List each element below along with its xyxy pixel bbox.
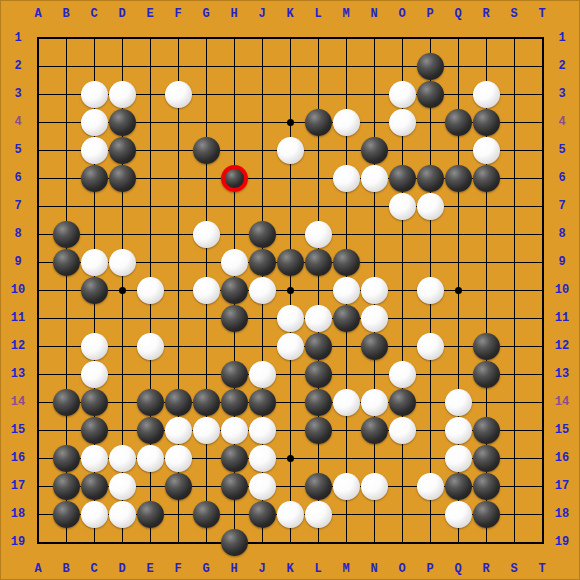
intersection-S10[interactable] (500, 276, 528, 304)
intersection-J15[interactable]: ○ (248, 416, 276, 444)
intersection-P16[interactable] (416, 444, 444, 472)
intersection-P9[interactable] (416, 248, 444, 276)
intersection-E4[interactable] (136, 108, 164, 136)
intersection-B17[interactable]: ● (52, 472, 80, 500)
intersection-H11[interactable]: ● (220, 304, 248, 332)
intersection-G16[interactable] (192, 444, 220, 472)
intersection-L12[interactable]: ● (304, 332, 332, 360)
intersection-G17[interactable] (192, 472, 220, 500)
intersection-J18[interactable]: ● (248, 500, 276, 528)
intersection-P15[interactable] (416, 416, 444, 444)
intersection-M19[interactable] (332, 528, 360, 556)
intersection-D11[interactable] (108, 304, 136, 332)
intersection-M9[interactable]: ● (332, 248, 360, 276)
intersection-P1[interactable] (416, 24, 444, 52)
intersection-E8[interactable] (136, 220, 164, 248)
intersection-F4[interactable] (164, 108, 192, 136)
intersection-M13[interactable] (332, 360, 360, 388)
intersection-Q11[interactable] (444, 304, 472, 332)
intersection-P14[interactable] (416, 388, 444, 416)
intersection-S12[interactable] (500, 332, 528, 360)
intersection-F12[interactable] (164, 332, 192, 360)
intersection-N14[interactable]: ○ (360, 388, 388, 416)
intersection-F9[interactable] (164, 248, 192, 276)
intersection-N10[interactable]: ○ (360, 276, 388, 304)
intersection-D14[interactable] (108, 388, 136, 416)
intersection-S11[interactable] (500, 304, 528, 332)
intersection-N11[interactable]: ○ (360, 304, 388, 332)
intersection-J12[interactable] (248, 332, 276, 360)
intersection-G11[interactable] (192, 304, 220, 332)
intersection-O3[interactable]: ○ (388, 80, 416, 108)
intersection-S19[interactable] (500, 528, 528, 556)
intersection-Q2[interactable] (444, 52, 472, 80)
intersection-H2[interactable] (220, 52, 248, 80)
intersection-R18[interactable]: ● (472, 500, 500, 528)
intersection-D16[interactable]: ○ (108, 444, 136, 472)
intersection-H17[interactable]: ● (220, 472, 248, 500)
intersection-K1[interactable] (276, 24, 304, 52)
intersection-C15[interactable]: ● (80, 416, 108, 444)
intersection-Q15[interactable]: ○ (444, 416, 472, 444)
intersection-K4[interactable] (276, 108, 304, 136)
intersection-F11[interactable] (164, 304, 192, 332)
intersection-S8[interactable] (500, 220, 528, 248)
intersection-N12[interactable]: ● (360, 332, 388, 360)
intersection-O1[interactable] (388, 24, 416, 52)
intersection-C14[interactable]: ● (80, 388, 108, 416)
intersection-N3[interactable] (360, 80, 388, 108)
intersection-E15[interactable]: ● (136, 416, 164, 444)
intersection-D15[interactable] (108, 416, 136, 444)
intersection-E3[interactable] (136, 80, 164, 108)
intersection-K3[interactable] (276, 80, 304, 108)
intersection-C16[interactable]: ○ (80, 444, 108, 472)
intersection-K16[interactable] (276, 444, 304, 472)
intersection-Q8[interactable] (444, 220, 472, 248)
intersection-O14[interactable]: ● (388, 388, 416, 416)
intersection-P18[interactable] (416, 500, 444, 528)
intersection-M15[interactable] (332, 416, 360, 444)
intersection-M2[interactable] (332, 52, 360, 80)
intersection-B16[interactable]: ● (52, 444, 80, 472)
intersection-F7[interactable] (164, 192, 192, 220)
intersection-C12[interactable]: ○ (80, 332, 108, 360)
intersection-H16[interactable]: ● (220, 444, 248, 472)
intersection-D4[interactable]: ● (108, 108, 136, 136)
intersection-F14[interactable]: ● (164, 388, 192, 416)
intersection-J19[interactable] (248, 528, 276, 556)
intersection-C1[interactable] (80, 24, 108, 52)
intersection-O4[interactable]: ○ (388, 108, 416, 136)
intersection-B6[interactable] (52, 164, 80, 192)
intersection-J2[interactable] (248, 52, 276, 80)
intersection-N5[interactable]: ● (360, 136, 388, 164)
intersection-J3[interactable] (248, 80, 276, 108)
intersection-J1[interactable] (248, 24, 276, 52)
intersection-K14[interactable] (276, 388, 304, 416)
intersection-M12[interactable] (332, 332, 360, 360)
intersection-H12[interactable] (220, 332, 248, 360)
intersection-J11[interactable] (248, 304, 276, 332)
intersection-C3[interactable]: ○ (80, 80, 108, 108)
intersection-S15[interactable] (500, 416, 528, 444)
intersection-F18[interactable] (164, 500, 192, 528)
intersection-B13[interactable] (52, 360, 80, 388)
intersection-S9[interactable] (500, 248, 528, 276)
intersection-D19[interactable] (108, 528, 136, 556)
intersection-E14[interactable]: ● (136, 388, 164, 416)
intersection-S3[interactable] (500, 80, 528, 108)
intersection-M11[interactable]: ● (332, 304, 360, 332)
intersection-E10[interactable]: ○ (136, 276, 164, 304)
intersection-B5[interactable] (52, 136, 80, 164)
intersection-O11[interactable] (388, 304, 416, 332)
intersection-P3[interactable]: ● (416, 80, 444, 108)
intersection-O15[interactable]: ○ (388, 416, 416, 444)
intersection-C4[interactable]: ○ (80, 108, 108, 136)
intersection-C11[interactable] (80, 304, 108, 332)
intersection-O10[interactable] (388, 276, 416, 304)
intersection-D9[interactable]: ○ (108, 248, 136, 276)
intersection-H13[interactable]: ● (220, 360, 248, 388)
intersection-L9[interactable]: ● (304, 248, 332, 276)
intersection-B18[interactable]: ● (52, 500, 80, 528)
intersection-S17[interactable] (500, 472, 528, 500)
intersection-E18[interactable]: ● (136, 500, 164, 528)
intersection-L16[interactable] (304, 444, 332, 472)
intersection-K11[interactable]: ○ (276, 304, 304, 332)
intersection-J6[interactable] (248, 164, 276, 192)
intersection-D8[interactable] (108, 220, 136, 248)
intersection-F16[interactable]: ○ (164, 444, 192, 472)
intersection-D7[interactable] (108, 192, 136, 220)
intersection-O8[interactable] (388, 220, 416, 248)
intersection-L14[interactable]: ● (304, 388, 332, 416)
intersection-O6[interactable]: ● (388, 164, 416, 192)
intersection-K6[interactable] (276, 164, 304, 192)
intersection-C5[interactable]: ○ (80, 136, 108, 164)
intersection-D12[interactable] (108, 332, 136, 360)
intersection-K8[interactable] (276, 220, 304, 248)
intersection-R7[interactable] (472, 192, 500, 220)
intersection-J14[interactable]: ● (248, 388, 276, 416)
intersection-P7[interactable]: ○ (416, 192, 444, 220)
intersection-R16[interactable]: ● (472, 444, 500, 472)
intersection-E9[interactable] (136, 248, 164, 276)
intersection-K10[interactable] (276, 276, 304, 304)
intersection-R11[interactable] (472, 304, 500, 332)
intersection-Q6[interactable]: ● (444, 164, 472, 192)
intersection-L19[interactable] (304, 528, 332, 556)
intersection-D2[interactable] (108, 52, 136, 80)
intersection-N1[interactable] (360, 24, 388, 52)
intersection-P19[interactable] (416, 528, 444, 556)
intersection-D10[interactable] (108, 276, 136, 304)
intersection-R13[interactable]: ● (472, 360, 500, 388)
intersection-L11[interactable]: ○ (304, 304, 332, 332)
intersection-N16[interactable] (360, 444, 388, 472)
intersection-Q3[interactable] (444, 80, 472, 108)
intersection-N17[interactable]: ○ (360, 472, 388, 500)
intersection-R19[interactable] (472, 528, 500, 556)
intersection-M7[interactable] (332, 192, 360, 220)
intersection-N8[interactable] (360, 220, 388, 248)
intersection-S2[interactable] (500, 52, 528, 80)
intersection-M3[interactable] (332, 80, 360, 108)
intersection-N2[interactable] (360, 52, 388, 80)
intersection-Q18[interactable]: ○ (444, 500, 472, 528)
intersection-M10[interactable]: ○ (332, 276, 360, 304)
intersection-S16[interactable] (500, 444, 528, 472)
intersection-E1[interactable] (136, 24, 164, 52)
intersection-C8[interactable] (80, 220, 108, 248)
intersection-C9[interactable]: ○ (80, 248, 108, 276)
intersection-B2[interactable] (52, 52, 80, 80)
intersection-L1[interactable] (304, 24, 332, 52)
intersection-D5[interactable]: ● (108, 136, 136, 164)
intersection-O5[interactable] (388, 136, 416, 164)
intersection-M1[interactable] (332, 24, 360, 52)
intersection-N19[interactable] (360, 528, 388, 556)
intersection-H15[interactable]: ○ (220, 416, 248, 444)
intersection-E6[interactable] (136, 164, 164, 192)
intersection-G2[interactable] (192, 52, 220, 80)
intersection-H5[interactable] (220, 136, 248, 164)
intersection-Q13[interactable] (444, 360, 472, 388)
intersection-B11[interactable] (52, 304, 80, 332)
intersection-C2[interactable] (80, 52, 108, 80)
intersection-L17[interactable]: ● (304, 472, 332, 500)
intersection-F10[interactable] (164, 276, 192, 304)
intersection-Q14[interactable]: ○ (444, 388, 472, 416)
intersection-H8[interactable] (220, 220, 248, 248)
intersection-H14[interactable]: ● (220, 388, 248, 416)
intersection-E5[interactable] (136, 136, 164, 164)
intersection-L3[interactable] (304, 80, 332, 108)
intersection-S1[interactable] (500, 24, 528, 52)
intersection-J10[interactable]: ○ (248, 276, 276, 304)
intersection-G9[interactable] (192, 248, 220, 276)
intersection-R15[interactable]: ● (472, 416, 500, 444)
intersection-M16[interactable] (332, 444, 360, 472)
intersection-L2[interactable] (304, 52, 332, 80)
intersection-Q10[interactable] (444, 276, 472, 304)
intersection-F19[interactable] (164, 528, 192, 556)
intersection-D13[interactable] (108, 360, 136, 388)
intersection-H3[interactable] (220, 80, 248, 108)
intersection-N13[interactable] (360, 360, 388, 388)
intersection-K9[interactable]: ● (276, 248, 304, 276)
intersection-L15[interactable]: ● (304, 416, 332, 444)
intersection-G10[interactable]: ○ (192, 276, 220, 304)
intersection-O18[interactable] (388, 500, 416, 528)
intersection-J16[interactable]: ○ (248, 444, 276, 472)
intersection-N4[interactable] (360, 108, 388, 136)
intersection-F6[interactable] (164, 164, 192, 192)
intersection-O9[interactable] (388, 248, 416, 276)
intersection-D1[interactable] (108, 24, 136, 52)
intersection-K19[interactable] (276, 528, 304, 556)
intersection-Q19[interactable] (444, 528, 472, 556)
intersection-R17[interactable]: ● (472, 472, 500, 500)
intersection-R6[interactable]: ● (472, 164, 500, 192)
intersection-J5[interactable] (248, 136, 276, 164)
intersection-K18[interactable]: ○ (276, 500, 304, 528)
intersection-Q17[interactable]: ● (444, 472, 472, 500)
intersection-C7[interactable] (80, 192, 108, 220)
intersection-S5[interactable] (500, 136, 528, 164)
intersection-C10[interactable]: ● (80, 276, 108, 304)
intersection-Q9[interactable] (444, 248, 472, 276)
intersection-P12[interactable]: ○ (416, 332, 444, 360)
intersection-S18[interactable] (500, 500, 528, 528)
intersection-N7[interactable] (360, 192, 388, 220)
intersection-G1[interactable] (192, 24, 220, 52)
intersection-M17[interactable]: ○ (332, 472, 360, 500)
intersection-M4[interactable]: ○ (332, 108, 360, 136)
intersection-P5[interactable] (416, 136, 444, 164)
intersection-J9[interactable]: ● (248, 248, 276, 276)
intersection-M14[interactable]: ○ (332, 388, 360, 416)
intersection-J13[interactable]: ○ (248, 360, 276, 388)
intersection-P6[interactable]: ● (416, 164, 444, 192)
intersection-R4[interactable]: ● (472, 108, 500, 136)
intersection-H19[interactable]: ● (220, 528, 248, 556)
intersection-F13[interactable] (164, 360, 192, 388)
intersection-O17[interactable] (388, 472, 416, 500)
intersection-N15[interactable]: ● (360, 416, 388, 444)
intersection-E2[interactable] (136, 52, 164, 80)
intersection-M5[interactable] (332, 136, 360, 164)
intersection-B15[interactable] (52, 416, 80, 444)
intersection-K7[interactable] (276, 192, 304, 220)
intersection-C13[interactable]: ○ (80, 360, 108, 388)
intersection-R12[interactable]: ● (472, 332, 500, 360)
intersection-J8[interactable]: ● (248, 220, 276, 248)
intersection-F3[interactable]: ○ (164, 80, 192, 108)
intersection-L10[interactable] (304, 276, 332, 304)
intersection-Q7[interactable] (444, 192, 472, 220)
intersection-L4[interactable]: ● (304, 108, 332, 136)
intersection-B10[interactable] (52, 276, 80, 304)
intersection-C19[interactable] (80, 528, 108, 556)
intersection-F8[interactable] (164, 220, 192, 248)
intersection-E11[interactable] (136, 304, 164, 332)
intersection-L8[interactable]: ○ (304, 220, 332, 248)
intersection-N6[interactable]: ○ (360, 164, 388, 192)
intersection-B8[interactable]: ● (52, 220, 80, 248)
intersection-F17[interactable]: ● (164, 472, 192, 500)
intersection-R9[interactable] (472, 248, 500, 276)
intersection-L18[interactable]: ○ (304, 500, 332, 528)
intersection-B3[interactable] (52, 80, 80, 108)
intersection-R8[interactable] (472, 220, 500, 248)
intersection-D17[interactable]: ○ (108, 472, 136, 500)
intersection-L13[interactable]: ● (304, 360, 332, 388)
intersection-P4[interactable] (416, 108, 444, 136)
intersection-S6[interactable] (500, 164, 528, 192)
intersection-L5[interactable] (304, 136, 332, 164)
intersection-O7[interactable]: ○ (388, 192, 416, 220)
intersection-D3[interactable]: ○ (108, 80, 136, 108)
intersection-B4[interactable] (52, 108, 80, 136)
intersection-E16[interactable]: ○ (136, 444, 164, 472)
intersection-K12[interactable]: ○ (276, 332, 304, 360)
intersection-K5[interactable]: ○ (276, 136, 304, 164)
intersection-K17[interactable] (276, 472, 304, 500)
intersection-O12[interactable] (388, 332, 416, 360)
intersection-G4[interactable] (192, 108, 220, 136)
intersection-H1[interactable] (220, 24, 248, 52)
intersection-P11[interactable] (416, 304, 444, 332)
intersection-L6[interactable] (304, 164, 332, 192)
intersection-P8[interactable] (416, 220, 444, 248)
intersection-L7[interactable] (304, 192, 332, 220)
intersection-P10[interactable]: ○ (416, 276, 444, 304)
intersection-M8[interactable] (332, 220, 360, 248)
intersection-E13[interactable] (136, 360, 164, 388)
intersection-O16[interactable] (388, 444, 416, 472)
intersection-H9[interactable]: ○ (220, 248, 248, 276)
intersection-J4[interactable] (248, 108, 276, 136)
intersection-M18[interactable] (332, 500, 360, 528)
intersection-G5[interactable]: ● (192, 136, 220, 164)
intersection-K2[interactable] (276, 52, 304, 80)
intersection-G8[interactable]: ○ (192, 220, 220, 248)
intersection-P13[interactable] (416, 360, 444, 388)
intersection-E12[interactable]: ○ (136, 332, 164, 360)
intersection-G13[interactable] (192, 360, 220, 388)
intersection-R2[interactable] (472, 52, 500, 80)
intersection-G14[interactable]: ● (192, 388, 220, 416)
intersection-E17[interactable] (136, 472, 164, 500)
intersection-J7[interactable] (248, 192, 276, 220)
intersection-B9[interactable]: ● (52, 248, 80, 276)
intersection-H6[interactable]: ● (220, 164, 248, 192)
intersection-P17[interactable]: ○ (416, 472, 444, 500)
intersection-E7[interactable] (136, 192, 164, 220)
intersection-S13[interactable] (500, 360, 528, 388)
intersection-H18[interactable] (220, 500, 248, 528)
intersection-N18[interactable] (360, 500, 388, 528)
intersection-Q5[interactable] (444, 136, 472, 164)
intersection-D6[interactable]: ● (108, 164, 136, 192)
intersection-C17[interactable]: ● (80, 472, 108, 500)
intersection-F2[interactable] (164, 52, 192, 80)
intersection-J17[interactable]: ○ (248, 472, 276, 500)
intersection-S14[interactable] (500, 388, 528, 416)
intersection-H10[interactable]: ● (220, 276, 248, 304)
intersection-R3[interactable]: ○ (472, 80, 500, 108)
intersection-Q12[interactable] (444, 332, 472, 360)
intersection-O19[interactable] (388, 528, 416, 556)
intersection-B7[interactable] (52, 192, 80, 220)
intersection-F15[interactable]: ○ (164, 416, 192, 444)
intersection-G18[interactable]: ● (192, 500, 220, 528)
intersection-F5[interactable] (164, 136, 192, 164)
intersection-S4[interactable] (500, 108, 528, 136)
intersection-C18[interactable]: ○ (80, 500, 108, 528)
intersection-G6[interactable] (192, 164, 220, 192)
intersection-G12[interactable] (192, 332, 220, 360)
intersection-R10[interactable] (472, 276, 500, 304)
intersection-H4[interactable] (220, 108, 248, 136)
intersection-B1[interactable] (52, 24, 80, 52)
intersection-R1[interactable] (472, 24, 500, 52)
intersection-R5[interactable]: ○ (472, 136, 500, 164)
intersection-G15[interactable]: ○ (192, 416, 220, 444)
